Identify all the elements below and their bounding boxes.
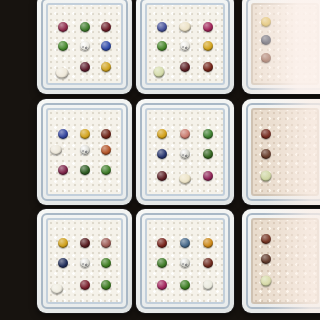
- gem-stone-middle-center-r2c1: [179, 174, 191, 184]
- gem-stone-bottom-center-r1c0: [157, 258, 167, 268]
- gem-stone-bottom-center-r1c2: [203, 258, 213, 268]
- gem-stone-top-left-r0c1: [80, 22, 90, 32]
- gem-stone-bottom-left-r2c2: [101, 280, 111, 290]
- gem-stone-bottom-left-r0c2: [101, 238, 111, 248]
- gem-stone-middle-left-r2c1: [80, 165, 90, 175]
- gem-stone-middle-left-r0c1: [80, 129, 90, 139]
- gem-stone-middle-left-r1c1: [80, 145, 90, 155]
- gem-stone-bottom-left-r2c1: [80, 280, 90, 290]
- gem-stone-middle-left-r2c2: [101, 165, 111, 175]
- gem-stone-top-left-r1c1: [80, 41, 90, 51]
- gem-stone-bottom-center-r0c0: [157, 238, 167, 248]
- box-lid-frame: [41, 103, 128, 201]
- gem-box-bottom-right: [242, 209, 320, 313]
- gem-stone-top-center-r1c2: [203, 41, 213, 51]
- gem-stone-top-center-r1c1: [180, 41, 190, 51]
- gem-stone-middle-left-r1c2: [101, 145, 111, 155]
- gem-stone-middle-right-r0c0: [261, 129, 271, 139]
- foam-pad: [251, 108, 319, 196]
- gem-stone-bottom-right-r0c0: [261, 234, 271, 244]
- box-lid-frame: [140, 213, 230, 309]
- foam-pad: [145, 3, 225, 85]
- gem-box-middle-center: [136, 99, 234, 205]
- gem-stone-top-center-r2c2: [203, 62, 213, 72]
- foam-pad: [251, 3, 319, 85]
- gem-stone-middle-left-r2c0: [58, 165, 68, 175]
- gem-stone-middle-right-r2c0: [260, 171, 271, 182]
- gem-box-bottom-center: [136, 209, 234, 313]
- box-lid-frame: [140, 0, 230, 90]
- gem-stone-top-left-r1c2: [101, 41, 111, 51]
- gem-box-bottom-left: [37, 209, 132, 313]
- gem-box-top-center: [136, 0, 234, 94]
- gem-stone-bottom-center-r2c2: [203, 280, 213, 290]
- gem-stone-bottom-left-r2c0: [51, 284, 63, 294]
- gem-stone-top-center-r1c0: [157, 41, 167, 51]
- gem-stone-bottom-right-r2c0: [260, 275, 271, 286]
- gem-box-top-right: [242, 0, 320, 94]
- gem-stone-middle-center-r1c2: [203, 149, 213, 159]
- box-lid-frame: [41, 213, 128, 309]
- box-lid-frame: [246, 0, 320, 90]
- box-lid-frame: [246, 213, 320, 309]
- foam-pad: [46, 3, 123, 85]
- gem-stone-middle-center-r1c0: [157, 149, 167, 159]
- gem-stone-middle-center-r0c2: [203, 129, 213, 139]
- gem-stone-bottom-center-r0c2: [203, 238, 213, 248]
- gem-stone-middle-center-r2c2: [203, 171, 213, 181]
- gem-stone-bottom-left-r1c0: [58, 258, 68, 268]
- gem-stone-top-left-r2c2: [101, 62, 111, 72]
- gem-stone-top-center-r2c1: [180, 62, 190, 72]
- gem-stone-bottom-center-r0c1: [180, 238, 190, 248]
- foam-pad: [46, 218, 123, 304]
- gem-stone-top-center-r2c0: [154, 66, 165, 77]
- gem-stone-middle-left-r1c0: [50, 145, 62, 155]
- gem-stone-top-right-r1c0: [261, 35, 271, 45]
- gem-stone-top-center-r0c0: [157, 22, 167, 32]
- gem-stone-top-left-r0c2: [101, 22, 111, 32]
- gem-stone-bottom-left-r0c1: [80, 238, 90, 248]
- box-lid-frame: [246, 103, 320, 201]
- gem-stone-middle-center-r0c1: [180, 129, 190, 139]
- box-lid-frame: [41, 0, 128, 90]
- gem-stone-middle-center-r0c0: [157, 129, 167, 139]
- gem-stone-bottom-left-r0c0: [58, 238, 68, 248]
- gem-stone-top-center-r0c1: [179, 22, 191, 32]
- gem-stone-bottom-center-r1c1: [180, 258, 190, 268]
- gem-stone-top-left-r1c0: [58, 41, 68, 51]
- gem-stone-bottom-left-r1c1: [80, 258, 90, 268]
- foam-pad: [145, 108, 225, 196]
- gem-box-middle-right: [242, 99, 320, 205]
- gem-stone-top-right-r0c0: [261, 17, 271, 27]
- gem-stone-bottom-right-r1c0: [261, 254, 271, 264]
- box-lid-frame: [140, 103, 230, 201]
- gem-stone-bottom-center-r2c1: [180, 280, 190, 290]
- gem-stone-middle-left-r0c0: [58, 129, 68, 139]
- gem-stone-bottom-center-r2c0: [157, 280, 167, 290]
- gem-stone-middle-left-r0c2: [101, 129, 111, 139]
- gem-box-middle-left: [37, 99, 132, 205]
- gem-stone-middle-right-r1c0: [261, 149, 271, 159]
- gem-stone-bottom-left-r1c2: [101, 258, 111, 268]
- gem-stone-middle-center-r2c0: [157, 171, 167, 181]
- gem-stone-top-left-r2c0: [55, 67, 68, 78]
- foam-pad: [46, 108, 123, 196]
- gem-stone-top-center-r0c2: [203, 22, 213, 32]
- gem-box-top-left: [37, 0, 132, 94]
- gem-stone-top-left-r2c1: [80, 62, 90, 72]
- gem-stone-top-right-r2c0: [261, 53, 271, 63]
- gem-boxes-photo: [0, 0, 320, 320]
- foam-pad: [251, 218, 319, 304]
- foam-pad: [145, 218, 225, 304]
- gem-stone-top-left-r0c0: [58, 22, 68, 32]
- gem-stone-middle-center-r1c1: [180, 149, 190, 159]
